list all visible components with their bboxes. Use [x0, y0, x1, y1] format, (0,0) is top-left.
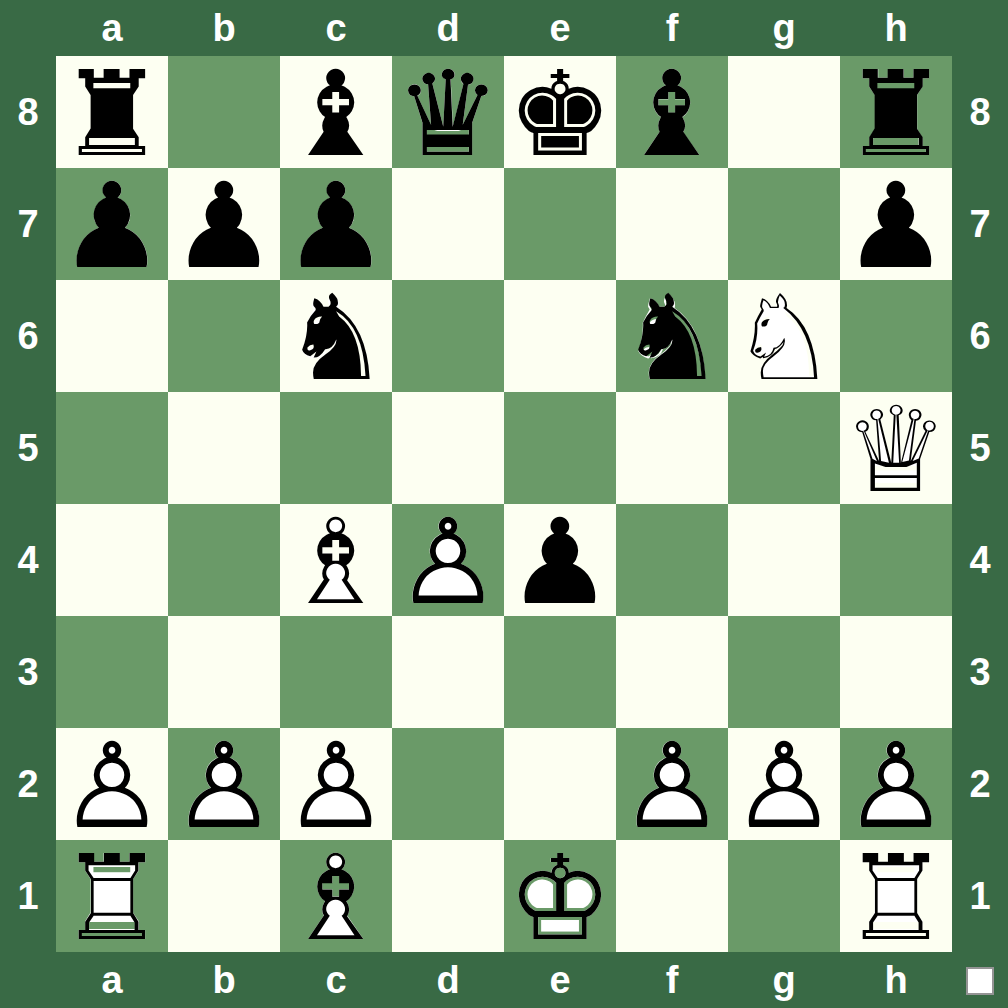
black-knight-body-glyph: ♞	[616, 280, 728, 392]
black-bishop-f8[interactable]: ♗♝	[616, 56, 728, 168]
white-pawn-c2[interactable]: ♟♙	[280, 728, 392, 840]
black-rook-body-glyph: ♜	[840, 56, 952, 168]
black-knight-body-glyph: ♞	[280, 280, 392, 392]
white-queen-h5[interactable]: ♛♕	[840, 392, 952, 504]
white-pawn-outline-glyph: ♙	[616, 728, 728, 840]
square-b4[interactable]	[168, 504, 280, 616]
square-e5[interactable]	[504, 392, 616, 504]
square-h1[interactable]: ♜♖	[840, 840, 952, 952]
black-bishop-body-glyph: ♝	[616, 56, 728, 168]
black-knight-f6[interactable]: ♘♞	[616, 280, 728, 392]
square-f5[interactable]	[616, 392, 728, 504]
square-c4[interactable]: ♝♗	[280, 504, 392, 616]
square-h6[interactable]	[840, 280, 952, 392]
rank-label-left-2: 2	[0, 728, 56, 840]
file-label-top-g: g	[728, 0, 840, 56]
rank-label-right-8: 8	[952, 56, 1008, 168]
square-e8[interactable]: ♔♚	[504, 56, 616, 168]
square-a7[interactable]: ♙♟	[56, 168, 168, 280]
square-g2[interactable]: ♟♙	[728, 728, 840, 840]
square-e7[interactable]	[504, 168, 616, 280]
black-queen-body-glyph: ♛	[392, 56, 504, 168]
black-pawn-c7[interactable]: ♙♟	[280, 168, 392, 280]
square-a1[interactable]: ♜♖	[56, 840, 168, 952]
rank-label-left-8: 8	[0, 56, 56, 168]
square-g6[interactable]: ♞♘	[728, 280, 840, 392]
square-g1[interactable]	[728, 840, 840, 952]
white-pawn-outline-glyph: ♙	[56, 728, 168, 840]
square-c5[interactable]	[280, 392, 392, 504]
square-f7[interactable]	[616, 168, 728, 280]
rank-label-right-5: 5	[952, 392, 1008, 504]
rank-label-right-1: 1	[952, 840, 1008, 952]
rank-label-left-6: 6	[0, 280, 56, 392]
square-f6[interactable]: ♘♞	[616, 280, 728, 392]
white-bishop-outline-glyph: ♗	[280, 504, 392, 616]
rank-labels-left: 87654321	[0, 56, 56, 952]
square-d7[interactable]	[392, 168, 504, 280]
square-h5[interactable]: ♛♕	[840, 392, 952, 504]
square-g5[interactable]	[728, 392, 840, 504]
black-rook-h8[interactable]: ♖♜	[840, 56, 952, 168]
black-pawn-body-glyph: ♟	[840, 168, 952, 280]
file-label-bottom-f: f	[616, 952, 728, 1008]
white-pawn-outline-glyph: ♙	[728, 728, 840, 840]
square-b8[interactable]	[168, 56, 280, 168]
file-label-bottom-d: d	[392, 952, 504, 1008]
square-f4[interactable]	[616, 504, 728, 616]
black-pawn-a7[interactable]: ♙♟	[56, 168, 168, 280]
rank-label-left-7: 7	[0, 168, 56, 280]
file-label-bottom-b: b	[168, 952, 280, 1008]
square-h8[interactable]: ♖♜	[840, 56, 952, 168]
white-pawn-h2[interactable]: ♟♙	[840, 728, 952, 840]
white-rook-h1[interactable]: ♜♖	[840, 840, 952, 952]
black-queen-d8[interactable]: ♕♛	[392, 56, 504, 168]
square-f2[interactable]: ♟♙	[616, 728, 728, 840]
black-king-body-glyph: ♚	[504, 56, 616, 168]
rank-label-right-2: 2	[952, 728, 1008, 840]
square-e1[interactable]: ♚♔	[504, 840, 616, 952]
square-d1[interactable]	[392, 840, 504, 952]
white-pawn-g2[interactable]: ♟♙	[728, 728, 840, 840]
white-rook-a1[interactable]: ♜♖	[56, 840, 168, 952]
chess-board-frame: abcdefgh abcdefgh 87654321 87654321 ♖♜♗♝…	[0, 0, 1008, 1008]
white-pawn-f2[interactable]: ♟♙	[616, 728, 728, 840]
square-d2[interactable]	[392, 728, 504, 840]
white-bishop-c4[interactable]: ♝♗	[280, 504, 392, 616]
rank-label-left-3: 3	[0, 616, 56, 728]
square-c6[interactable]: ♘♞	[280, 280, 392, 392]
file-labels-top: abcdefgh	[56, 0, 952, 56]
white-bishop-c1[interactable]: ♝♗	[280, 840, 392, 952]
square-a4[interactable]	[56, 504, 168, 616]
file-label-bottom-g: g	[728, 952, 840, 1008]
square-a2[interactable]: ♟♙	[56, 728, 168, 840]
black-pawn-body-glyph: ♟	[56, 168, 168, 280]
square-f3[interactable]	[616, 616, 728, 728]
white-rook-outline-glyph: ♖	[56, 840, 168, 952]
rank-label-left-1: 1	[0, 840, 56, 952]
square-e6[interactable]	[504, 280, 616, 392]
white-king-e1[interactable]: ♚♔	[504, 840, 616, 952]
black-bishop-body-glyph: ♝	[280, 56, 392, 168]
white-queen-outline-glyph: ♕	[840, 392, 952, 504]
square-g4[interactable]	[728, 504, 840, 616]
rank-label-left-5: 5	[0, 392, 56, 504]
white-pawn-b2[interactable]: ♟♙	[168, 728, 280, 840]
square-d5[interactable]	[392, 392, 504, 504]
white-knight-g6[interactable]: ♞♘	[728, 280, 840, 392]
white-pawn-outline-glyph: ♙	[840, 728, 952, 840]
white-pawn-outline-glyph: ♙	[280, 728, 392, 840]
black-bishop-c8[interactable]: ♗♝	[280, 56, 392, 168]
rank-label-right-7: 7	[952, 168, 1008, 280]
square-b6[interactable]	[168, 280, 280, 392]
square-g3[interactable]	[728, 616, 840, 728]
square-d8[interactable]: ♕♛	[392, 56, 504, 168]
white-pawn-outline-glyph: ♙	[168, 728, 280, 840]
square-a3[interactable]	[56, 616, 168, 728]
black-pawn-body-glyph: ♟	[280, 168, 392, 280]
black-rook-body-glyph: ♜	[56, 56, 168, 168]
square-f1[interactable]	[616, 840, 728, 952]
white-pawn-outline-glyph: ♙	[392, 504, 504, 616]
file-label-top-b: b	[168, 0, 280, 56]
square-b5[interactable]	[168, 392, 280, 504]
square-b2[interactable]: ♟♙	[168, 728, 280, 840]
square-h7[interactable]: ♙♟	[840, 168, 952, 280]
rank-label-right-6: 6	[952, 280, 1008, 392]
black-rook-a8[interactable]: ♖♜	[56, 56, 168, 168]
white-rook-outline-glyph: ♖	[840, 840, 952, 952]
black-pawn-b7[interactable]: ♙♟	[168, 168, 280, 280]
square-d3[interactable]	[392, 616, 504, 728]
white-pawn-d4[interactable]: ♟♙	[392, 504, 504, 616]
black-pawn-e4[interactable]: ♙♟	[504, 504, 616, 616]
file-labels-bottom: abcdefgh	[56, 952, 952, 1008]
square-f8[interactable]: ♗♝	[616, 56, 728, 168]
square-c7[interactable]: ♙♟	[280, 168, 392, 280]
black-king-e8[interactable]: ♔♚	[504, 56, 616, 168]
rank-label-right-3: 3	[952, 616, 1008, 728]
black-pawn-body-glyph: ♟	[504, 504, 616, 616]
square-d6[interactable]	[392, 280, 504, 392]
square-h2[interactable]: ♟♙	[840, 728, 952, 840]
square-c2[interactable]: ♟♙	[280, 728, 392, 840]
square-g7[interactable]	[728, 168, 840, 280]
white-king-outline-glyph: ♔	[504, 840, 616, 952]
square-e3[interactable]	[504, 616, 616, 728]
board: ♖♜♗♝♕♛♔♚♗♝♖♜♙♟♙♟♙♟♙♟♘♞♘♞♞♘♛♕♝♗♟♙♙♟♟♙♟♙♟♙…	[56, 56, 952, 952]
square-c3[interactable]	[280, 616, 392, 728]
square-b7[interactable]: ♙♟	[168, 168, 280, 280]
square-e2[interactable]	[504, 728, 616, 840]
black-pawn-body-glyph: ♟	[168, 168, 280, 280]
black-pawn-h7[interactable]: ♙♟	[840, 168, 952, 280]
square-d4[interactable]: ♟♙	[392, 504, 504, 616]
square-h3[interactable]	[840, 616, 952, 728]
rank-label-right-4: 4	[952, 504, 1008, 616]
rank-label-left-4: 4	[0, 504, 56, 616]
square-c1[interactable]: ♝♗	[280, 840, 392, 952]
square-a6[interactable]	[56, 280, 168, 392]
square-c8[interactable]: ♗♝	[280, 56, 392, 168]
white-bishop-outline-glyph: ♗	[280, 840, 392, 952]
square-h4[interactable]	[840, 504, 952, 616]
black-knight-c6[interactable]: ♘♞	[280, 280, 392, 392]
square-g8[interactable]	[728, 56, 840, 168]
white-to-move-indicator	[966, 967, 994, 995]
square-a8[interactable]: ♖♜	[56, 56, 168, 168]
white-pawn-a2[interactable]: ♟♙	[56, 728, 168, 840]
white-knight-outline-glyph: ♘	[728, 280, 840, 392]
square-b1[interactable]	[168, 840, 280, 952]
square-e4[interactable]: ♙♟	[504, 504, 616, 616]
rank-labels-right: 87654321	[952, 56, 1008, 952]
square-a5[interactable]	[56, 392, 168, 504]
square-b3[interactable]	[168, 616, 280, 728]
